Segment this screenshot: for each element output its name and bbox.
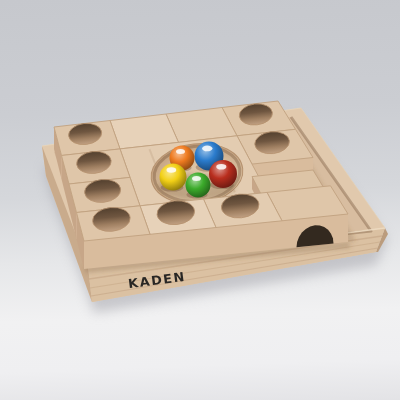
ball-highlight [192,176,201,181]
ball-highlight [202,146,212,152]
product-photo-scene: KADEN [0,0,400,400]
hole-block-r3c1[interactable] [140,199,216,262]
studio-backdrop: KADEN [0,0,400,400]
ball-highlight [167,167,177,172]
ball-highlight [216,164,226,170]
ball-highlight [176,149,185,154]
hole-block-r3c0[interactable] [77,206,151,269]
